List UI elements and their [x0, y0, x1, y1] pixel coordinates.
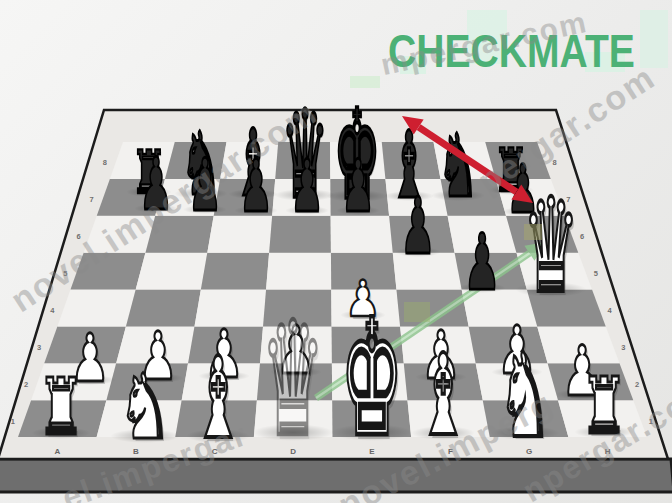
checkmate-illustration: CHECKMATE ABCDEFGH1122334455667788♜♞♝♛♚♝…	[0, 0, 672, 503]
